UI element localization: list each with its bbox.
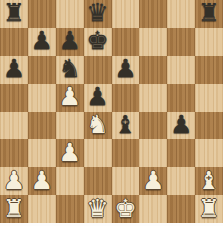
black-bishop-piece: ♝ [114, 112, 136, 137]
square-h5[interactable] [195, 84, 223, 112]
square-d2[interactable] [84, 167, 112, 195]
square-e8[interactable] [112, 0, 140, 28]
white-pawn-piece: ♟ [142, 168, 164, 193]
black-king-piece: ♚ [86, 28, 108, 53]
black-pawn-piece: ♟ [114, 56, 136, 81]
square-c6[interactable]: ♞ [56, 56, 84, 84]
black-pawn-piece: ♟ [58, 28, 80, 53]
black-pawn-piece: ♟ [170, 112, 192, 137]
black-rook-piece: ♜ [198, 0, 220, 25]
square-c3[interactable]: ♟ [56, 139, 84, 167]
square-f1[interactable] [139, 195, 167, 223]
square-g1[interactable] [167, 195, 195, 223]
square-g4[interactable]: ♟ [167, 112, 195, 140]
square-h3[interactable] [195, 139, 223, 167]
square-b8[interactable] [28, 0, 56, 28]
square-c5[interactable]: ♟ [56, 84, 84, 112]
square-d8[interactable]: ♛ [84, 0, 112, 28]
square-b6[interactable] [28, 56, 56, 84]
square-d7[interactable]: ♚ [84, 28, 112, 56]
square-f7[interactable] [139, 28, 167, 56]
square-d4[interactable]: ♞ [84, 112, 112, 140]
square-a5[interactable] [0, 84, 28, 112]
square-g7[interactable] [167, 28, 195, 56]
black-pawn-piece: ♟ [31, 28, 53, 53]
black-knight-piece: ♞ [58, 56, 80, 81]
square-e7[interactable] [112, 28, 140, 56]
square-h1[interactable]: ♜ [195, 195, 223, 223]
square-a1[interactable]: ♜ [0, 195, 28, 223]
white-pawn-piece: ♟ [58, 84, 80, 109]
square-b2[interactable]: ♟ [28, 167, 56, 195]
square-d1[interactable]: ♛ [84, 195, 112, 223]
square-b4[interactable] [28, 112, 56, 140]
square-f8[interactable] [139, 0, 167, 28]
square-e5[interactable] [112, 84, 140, 112]
square-g5[interactable] [167, 84, 195, 112]
white-queen-piece: ♛ [86, 196, 108, 221]
square-c7[interactable]: ♟ [56, 28, 84, 56]
chess-app: ♜♛♜♟♟♚♟♞♟♟♟♞♝♟♟♟♟♟♝♜♛♚♜ [0, 0, 223, 226]
square-g3[interactable] [167, 139, 195, 167]
square-h7[interactable] [195, 28, 223, 56]
square-e3[interactable] [112, 139, 140, 167]
square-b7[interactable]: ♟ [28, 28, 56, 56]
square-g8[interactable] [167, 0, 195, 28]
square-f6[interactable] [139, 56, 167, 84]
square-a8[interactable]: ♜ [0, 0, 28, 28]
square-h8[interactable]: ♜ [195, 0, 223, 28]
square-h4[interactable] [195, 112, 223, 140]
square-b1[interactable] [28, 195, 56, 223]
square-d3[interactable] [84, 139, 112, 167]
square-c4[interactable] [56, 112, 84, 140]
white-pawn-piece: ♟ [3, 168, 25, 193]
square-f4[interactable] [139, 112, 167, 140]
square-f2[interactable]: ♟ [139, 167, 167, 195]
square-a4[interactable] [0, 112, 28, 140]
white-rook-piece: ♜ [3, 196, 25, 221]
square-e6[interactable]: ♟ [112, 56, 140, 84]
square-g6[interactable] [167, 56, 195, 84]
square-a2[interactable]: ♟ [0, 167, 28, 195]
square-a3[interactable] [0, 139, 28, 167]
square-b5[interactable] [28, 84, 56, 112]
black-pawn-piece: ♟ [3, 56, 25, 81]
white-bishop-piece: ♝ [198, 168, 220, 193]
square-a6[interactable]: ♟ [0, 56, 28, 84]
white-pawn-piece: ♟ [58, 140, 80, 165]
square-c2[interactable] [56, 167, 84, 195]
square-f3[interactable] [139, 139, 167, 167]
square-f5[interactable] [139, 84, 167, 112]
black-pawn-piece: ♟ [86, 84, 108, 109]
black-queen-piece: ♛ [86, 0, 108, 25]
square-e2[interactable] [112, 167, 140, 195]
black-rook-piece: ♜ [3, 0, 25, 25]
square-b3[interactable] [28, 139, 56, 167]
square-e4[interactable]: ♝ [112, 112, 140, 140]
square-h2[interactable]: ♝ [195, 167, 223, 195]
white-pawn-piece: ♟ [31, 168, 53, 193]
white-king-piece: ♚ [114, 196, 136, 221]
square-c1[interactable] [56, 195, 84, 223]
square-g2[interactable] [167, 167, 195, 195]
board-bottom-border [0, 223, 223, 226]
square-c8[interactable] [56, 0, 84, 28]
chess-board: ♜♛♜♟♟♚♟♞♟♟♟♞♝♟♟♟♟♟♝♜♛♚♜ [0, 0, 223, 223]
square-h6[interactable] [195, 56, 223, 84]
square-e1[interactable]: ♚ [112, 195, 140, 223]
square-a7[interactable] [0, 28, 28, 56]
white-rook-piece: ♜ [198, 196, 220, 221]
square-d5[interactable]: ♟ [84, 84, 112, 112]
white-knight-piece: ♞ [86, 112, 108, 137]
square-d6[interactable] [84, 56, 112, 84]
